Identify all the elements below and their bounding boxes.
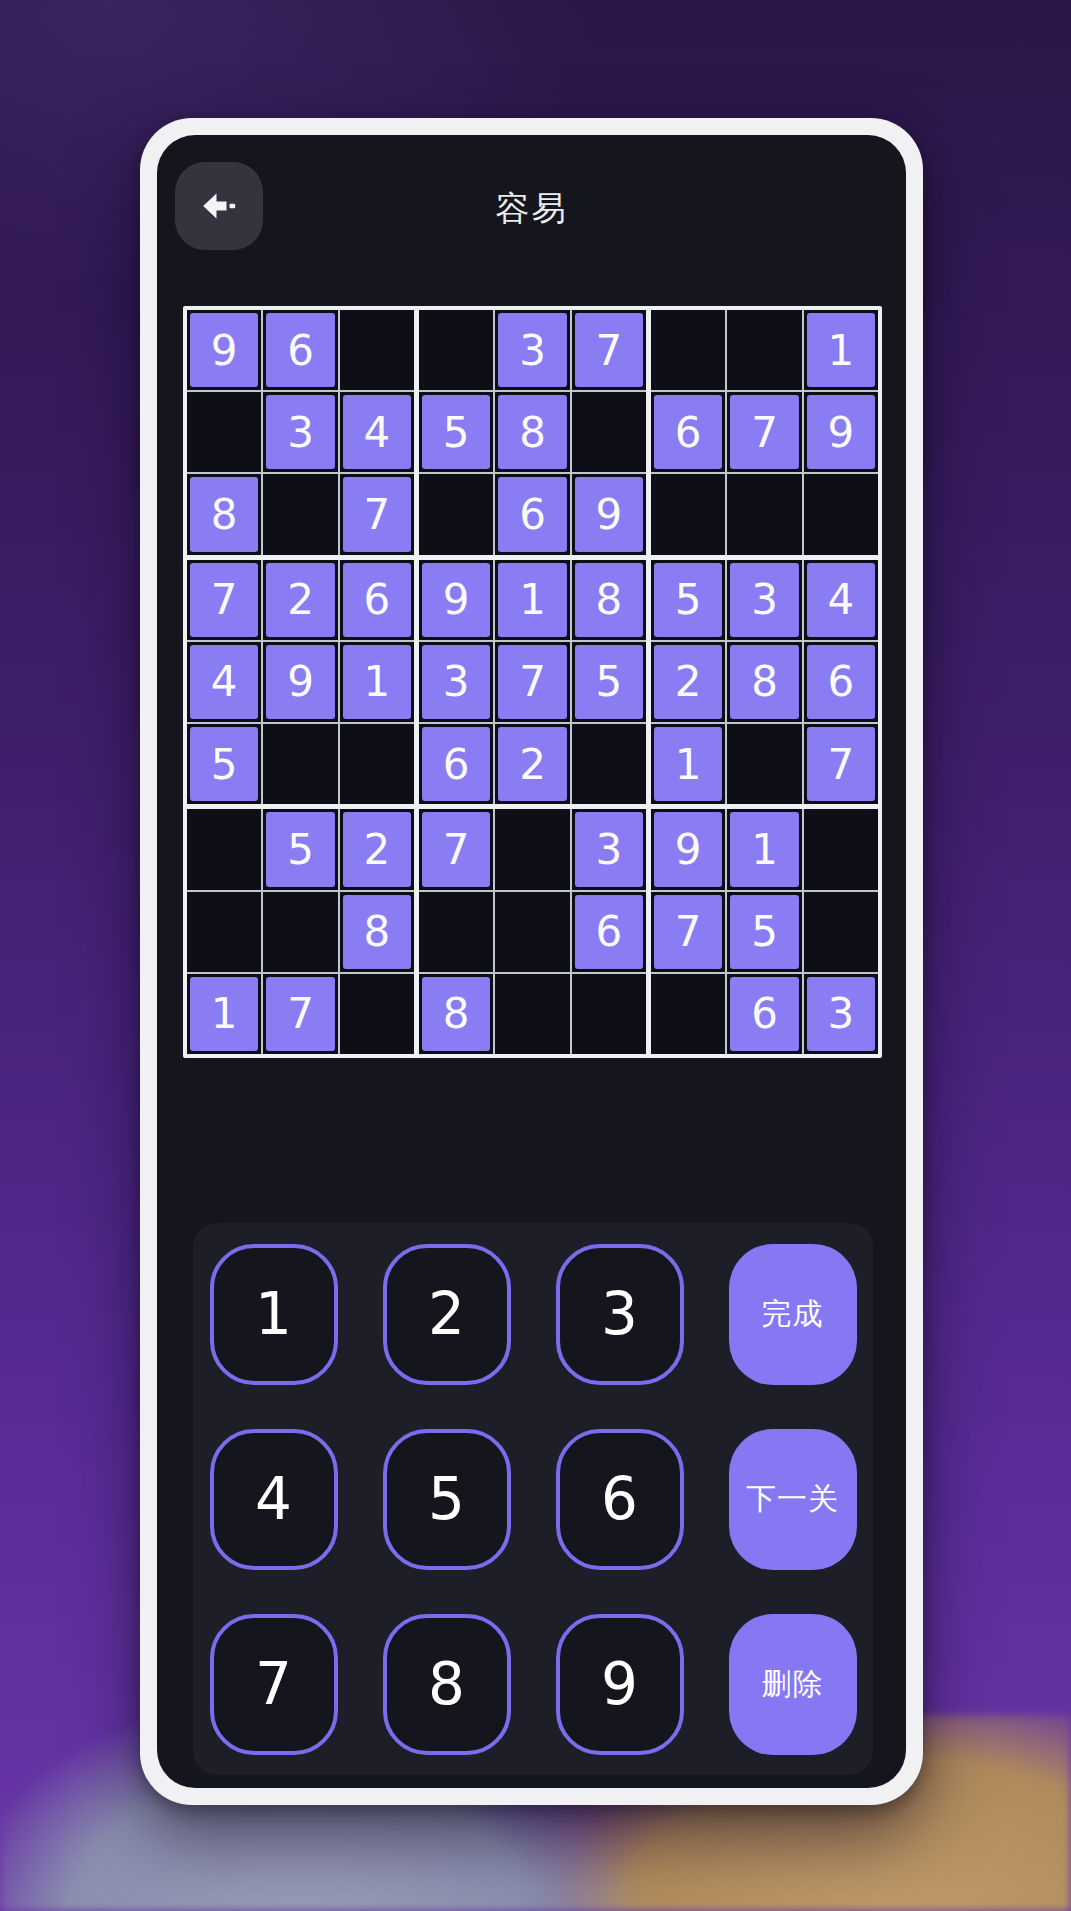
given-digit: 7 bbox=[498, 645, 566, 719]
given-digit: 5 bbox=[575, 645, 643, 719]
board-box-9: 917563 bbox=[651, 809, 878, 1054]
cell-r1c4[interactable] bbox=[419, 310, 493, 390]
cell-r5c3[interactable]: 1 bbox=[340, 642, 414, 722]
cell-r4c3[interactable]: 6 bbox=[340, 560, 414, 640]
cell-r7c9[interactable] bbox=[804, 809, 878, 889]
delete-button[interactable]: 删除 bbox=[729, 1614, 857, 1755]
cell-r4c1[interactable]: 7 bbox=[187, 560, 261, 640]
board-box-4: 7264915 bbox=[187, 560, 414, 805]
given-digit: 7 bbox=[266, 977, 334, 1051]
cell-r2c7[interactable]: 6 bbox=[651, 392, 725, 472]
cell-r3c5[interactable]: 6 bbox=[495, 474, 569, 554]
cell-r3c1[interactable]: 8 bbox=[187, 474, 261, 554]
given-digit: 7 bbox=[807, 727, 875, 801]
given-digit: 1 bbox=[498, 563, 566, 637]
cell-r1c8[interactable] bbox=[727, 310, 801, 390]
given-digit: 6 bbox=[807, 645, 875, 719]
cell-r7c5[interactable] bbox=[495, 809, 569, 889]
board-box-1: 963487 bbox=[187, 310, 414, 555]
given-digit: 9 bbox=[422, 563, 490, 637]
cell-r2c3[interactable]: 4 bbox=[340, 392, 414, 472]
cell-r5c8[interactable]: 8 bbox=[727, 642, 801, 722]
cell-r3c4[interactable] bbox=[419, 474, 493, 554]
cell-r7c6[interactable]: 3 bbox=[572, 809, 646, 889]
cell-r3c8[interactable] bbox=[727, 474, 801, 554]
cell-r2c9[interactable]: 9 bbox=[804, 392, 878, 472]
cell-r9c3[interactable] bbox=[340, 974, 414, 1054]
given-digit: 6 bbox=[730, 977, 798, 1051]
sudoku-board: 9634873758691679726491591837562534286175… bbox=[183, 306, 882, 1058]
given-digit: 5 bbox=[730, 895, 798, 969]
next-level-button[interactable]: 下一关 bbox=[729, 1429, 857, 1570]
given-digit: 6 bbox=[575, 895, 643, 969]
cell-r5c6[interactable]: 5 bbox=[572, 642, 646, 722]
cell-r6c5[interactable]: 2 bbox=[495, 724, 569, 804]
given-digit: 4 bbox=[343, 395, 411, 469]
given-digit: 5 bbox=[266, 812, 334, 886]
cell-r3c6[interactable]: 9 bbox=[572, 474, 646, 554]
cell-r5c5[interactable]: 7 bbox=[495, 642, 569, 722]
cell-r4c4[interactable]: 9 bbox=[419, 560, 493, 640]
cell-r7c1[interactable] bbox=[187, 809, 261, 889]
cell-r6c1[interactable]: 5 bbox=[187, 724, 261, 804]
given-digit: 8 bbox=[343, 895, 411, 969]
cell-r6c6[interactable] bbox=[572, 724, 646, 804]
given-digit: 2 bbox=[343, 812, 411, 886]
cell-r3c3[interactable]: 7 bbox=[340, 474, 414, 554]
given-digit: 7 bbox=[730, 395, 798, 469]
key-8-button[interactable]: 8 bbox=[383, 1614, 511, 1755]
cell-r6c9[interactable]: 7 bbox=[804, 724, 878, 804]
given-digit: 3 bbox=[498, 313, 566, 387]
cell-r4c2[interactable]: 2 bbox=[263, 560, 337, 640]
cell-r1c1[interactable]: 9 bbox=[187, 310, 261, 390]
cell-r2c1[interactable] bbox=[187, 392, 261, 472]
cell-r7c7[interactable]: 9 bbox=[651, 809, 725, 889]
cell-r6c4[interactable]: 6 bbox=[419, 724, 493, 804]
cell-r1c3[interactable] bbox=[340, 310, 414, 390]
cell-r8c2[interactable] bbox=[263, 892, 337, 972]
cell-r9c1[interactable]: 1 bbox=[187, 974, 261, 1054]
cell-r5c4[interactable]: 3 bbox=[419, 642, 493, 722]
cell-r7c2[interactable]: 5 bbox=[263, 809, 337, 889]
given-digit: 7 bbox=[343, 477, 411, 551]
cell-r9c5[interactable] bbox=[495, 974, 569, 1054]
cell-r2c8[interactable]: 7 bbox=[727, 392, 801, 472]
cell-r4c5[interactable]: 1 bbox=[495, 560, 569, 640]
cell-r5c2[interactable]: 9 bbox=[263, 642, 337, 722]
cell-r7c8[interactable]: 1 bbox=[727, 809, 801, 889]
given-digit: 2 bbox=[654, 645, 722, 719]
key-1-button[interactable]: 1 bbox=[210, 1244, 338, 1385]
given-digit: 3 bbox=[575, 812, 643, 886]
cell-r9c4[interactable]: 8 bbox=[419, 974, 493, 1054]
cell-r7c4[interactable]: 7 bbox=[419, 809, 493, 889]
cell-r8c9[interactable] bbox=[804, 892, 878, 972]
given-digit: 1 bbox=[343, 645, 411, 719]
cell-r4c8[interactable]: 3 bbox=[727, 560, 801, 640]
given-digit: 5 bbox=[190, 727, 258, 801]
key-5-button[interactable]: 5 bbox=[383, 1429, 511, 1570]
phone-frame: 容易 9634873758691679726491591837562534286… bbox=[140, 118, 923, 1805]
key-7-button[interactable]: 7 bbox=[210, 1614, 338, 1755]
cell-r1c2[interactable]: 6 bbox=[263, 310, 337, 390]
board-box-8: 7368 bbox=[419, 809, 646, 1054]
key-9-button[interactable]: 9 bbox=[556, 1614, 684, 1755]
cell-r6c8[interactable] bbox=[727, 724, 801, 804]
cell-r3c2[interactable] bbox=[263, 474, 337, 554]
cell-r9c2[interactable]: 7 bbox=[263, 974, 337, 1054]
cell-r9c7[interactable] bbox=[651, 974, 725, 1054]
given-digit: 7 bbox=[654, 895, 722, 969]
given-digit: 6 bbox=[498, 477, 566, 551]
given-digit: 6 bbox=[422, 727, 490, 801]
cell-r2c2[interactable]: 3 bbox=[263, 392, 337, 472]
cell-r2c4[interactable]: 5 bbox=[419, 392, 493, 472]
cell-r3c9[interactable] bbox=[804, 474, 878, 554]
cell-r6c3[interactable] bbox=[340, 724, 414, 804]
cell-r1c7[interactable] bbox=[651, 310, 725, 390]
cell-r1c9[interactable]: 1 bbox=[804, 310, 878, 390]
key-4-button[interactable]: 4 bbox=[210, 1429, 338, 1570]
cell-r9c6[interactable] bbox=[572, 974, 646, 1054]
cell-r1c5[interactable]: 3 bbox=[495, 310, 569, 390]
cell-r5c9[interactable]: 6 bbox=[804, 642, 878, 722]
cell-r8c4[interactable] bbox=[419, 892, 493, 972]
done-button[interactable]: 完成 bbox=[729, 1244, 857, 1385]
given-digit: 2 bbox=[498, 727, 566, 801]
cell-r8c1[interactable] bbox=[187, 892, 261, 972]
board-box-5: 91837562 bbox=[419, 560, 646, 805]
given-digit: 8 bbox=[575, 563, 643, 637]
cell-r8c6[interactable]: 6 bbox=[572, 892, 646, 972]
cell-r4c9[interactable]: 4 bbox=[804, 560, 878, 640]
given-digit: 6 bbox=[654, 395, 722, 469]
board-box-6: 53428617 bbox=[651, 560, 878, 805]
given-digit: 5 bbox=[654, 563, 722, 637]
given-digit: 7 bbox=[190, 563, 258, 637]
cell-r5c7[interactable]: 2 bbox=[651, 642, 725, 722]
app-screen: 容易 9634873758691679726491591837562534286… bbox=[157, 135, 906, 1788]
given-digit: 8 bbox=[422, 977, 490, 1051]
cell-r9c9[interactable]: 3 bbox=[804, 974, 878, 1054]
given-digit: 1 bbox=[730, 812, 798, 886]
key-2-button[interactable]: 2 bbox=[383, 1244, 511, 1385]
cell-r5c1[interactable]: 4 bbox=[187, 642, 261, 722]
cell-r8c3[interactable]: 8 bbox=[340, 892, 414, 972]
given-digit: 4 bbox=[190, 645, 258, 719]
given-digit: 9 bbox=[807, 395, 875, 469]
cell-r2c6[interactable] bbox=[572, 392, 646, 472]
given-digit: 6 bbox=[266, 313, 334, 387]
board-box-7: 52817 bbox=[187, 809, 414, 1054]
cell-r6c7[interactable]: 1 bbox=[651, 724, 725, 804]
given-digit: 1 bbox=[190, 977, 258, 1051]
given-digit: 8 bbox=[498, 395, 566, 469]
given-digit: 8 bbox=[190, 477, 258, 551]
board-box-2: 375869 bbox=[419, 310, 646, 555]
cell-r7c3[interactable]: 2 bbox=[340, 809, 414, 889]
cell-r4c7[interactable]: 5 bbox=[651, 560, 725, 640]
given-digit: 1 bbox=[807, 313, 875, 387]
cell-r9c8[interactable]: 6 bbox=[727, 974, 801, 1054]
given-digit: 9 bbox=[190, 313, 258, 387]
key-6-button[interactable]: 6 bbox=[556, 1429, 684, 1570]
key-3-button[interactable]: 3 bbox=[556, 1244, 684, 1385]
given-digit: 3 bbox=[266, 395, 334, 469]
cell-r6c2[interactable] bbox=[263, 724, 337, 804]
cell-r2c5[interactable]: 8 bbox=[495, 392, 569, 472]
given-digit: 1 bbox=[654, 727, 722, 801]
given-digit: 2 bbox=[266, 563, 334, 637]
cell-r4c6[interactable]: 8 bbox=[572, 560, 646, 640]
given-digit: 3 bbox=[730, 563, 798, 637]
given-digit: 9 bbox=[654, 812, 722, 886]
given-digit: 9 bbox=[575, 477, 643, 551]
cell-r8c8[interactable]: 5 bbox=[727, 892, 801, 972]
given-digit: 4 bbox=[807, 563, 875, 637]
given-digit: 3 bbox=[807, 977, 875, 1051]
cell-r8c5[interactable] bbox=[495, 892, 569, 972]
cell-r1c6[interactable]: 7 bbox=[572, 310, 646, 390]
cell-r3c7[interactable] bbox=[651, 474, 725, 554]
given-digit: 7 bbox=[575, 313, 643, 387]
board-box-3: 1679 bbox=[651, 310, 878, 555]
given-digit: 6 bbox=[343, 563, 411, 637]
cell-r8c7[interactable]: 7 bbox=[651, 892, 725, 972]
given-digit: 8 bbox=[730, 645, 798, 719]
given-digit: 7 bbox=[422, 812, 490, 886]
given-digit: 9 bbox=[266, 645, 334, 719]
page-title: 容易 bbox=[157, 186, 906, 230]
given-digit: 5 bbox=[422, 395, 490, 469]
given-digit: 3 bbox=[422, 645, 490, 719]
number-pad: 123完成456下一关789删除 bbox=[193, 1223, 873, 1775]
